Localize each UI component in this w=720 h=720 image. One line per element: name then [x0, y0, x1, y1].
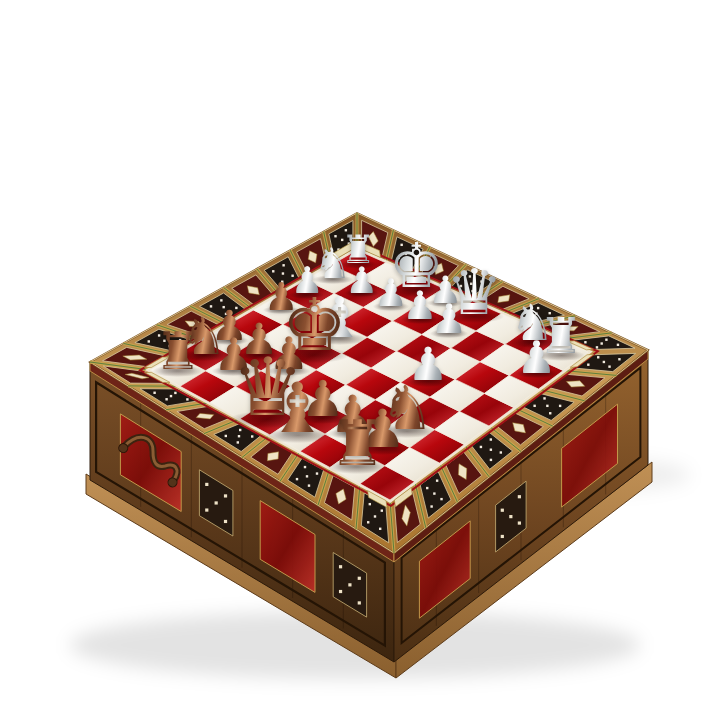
pearl-star-dot [153, 392, 155, 394]
pearl-star-dot [608, 365, 610, 367]
pearl-star-dot [296, 478, 298, 480]
pearl-star-dot [306, 475, 308, 477]
pearl-dot [339, 565, 342, 568]
pearl-star-dot [546, 405, 548, 407]
pearl-star-dot [237, 441, 239, 443]
pearl-star-dot [436, 479, 438, 481]
pearl-dot [205, 508, 208, 511]
pearl-star-dot [500, 451, 502, 453]
pearl-star-dot [304, 466, 306, 468]
piece-silver-pawn-h7: ♟ [516, 335, 556, 380]
pearl-star-dot [596, 346, 598, 348]
pearl-dot [518, 495, 521, 498]
pearl-dot [501, 535, 504, 538]
pearl-star-dot [480, 446, 482, 448]
pearl-dot [509, 515, 512, 518]
pearl-star-dot [584, 341, 586, 343]
pearl-star-dot [379, 528, 381, 530]
pearl-star-dot [600, 342, 602, 344]
pearl-star-dot [597, 356, 599, 358]
pearl-star-dot [238, 435, 240, 437]
pearl-dot [518, 521, 521, 524]
pearl-star-dot [490, 438, 492, 440]
piece-copper-rook-a1: ♜ [155, 326, 201, 378]
pearl-star-dot [272, 270, 274, 272]
pearl-dot [358, 601, 361, 604]
piece-copper-bishop-e1: ♝ [267, 374, 329, 443]
pearl-star-dot [618, 358, 620, 360]
pearl-star-dot [549, 412, 551, 414]
pearl-star-dot [174, 392, 176, 394]
pearl-star-dot [316, 472, 318, 474]
pearl-dot [215, 501, 218, 504]
piece-silver-pawn-e7: ♟ [431, 298, 468, 339]
pearl-star-dot [426, 487, 428, 489]
pearl-dot [339, 590, 342, 593]
pearl-star-dot [369, 503, 371, 505]
pearl-star-dot [374, 515, 376, 517]
pearl-dot [205, 483, 208, 486]
ivory-diamond-inlay [267, 452, 278, 461]
pearl-star-dot [605, 339, 607, 341]
pearl-star-dot [543, 397, 545, 399]
pearl-dot [224, 494, 227, 497]
pearl-star-dot [490, 459, 492, 461]
pearl-star-dot [440, 498, 442, 500]
pearl-dot [348, 583, 351, 586]
pearl-star-dot [148, 340, 150, 342]
pearl-dot [358, 577, 361, 580]
pearl-star-dot [170, 395, 172, 397]
pearl-star-dot [559, 405, 561, 407]
pearl-star-dot [617, 344, 619, 346]
pearl-star-dot [225, 435, 227, 437]
pearl-star-dot [186, 398, 188, 400]
chess-board [0, 0, 720, 720]
pearl-star-dot [282, 264, 284, 266]
pearl-star-dot [308, 484, 310, 486]
chess-set-photo: ♜♞♟♟♟♟♟♚♛♝♟♟♟♜♞♜♞♟♟♟♟♟♚♛♟♝♟♟♞♜ [0, 0, 720, 720]
pearl-star-dot [367, 521, 369, 523]
pearl-star-dot [587, 363, 589, 365]
pearl-star-dot [251, 435, 253, 437]
pearl-star-dot [533, 405, 535, 407]
pearl-dot [501, 509, 504, 512]
pearl-dot [224, 520, 227, 523]
piece-copper-rook-g1: ♜ [329, 411, 386, 474]
pearl-star-dot [381, 509, 383, 511]
pearl-star-dot [603, 361, 605, 363]
pearl-star-dot [165, 398, 167, 400]
pearl-star-dot [433, 492, 435, 494]
pearl-star-dot [334, 235, 336, 237]
pearl-star-dot [490, 449, 492, 451]
pearl-star-dot [430, 505, 432, 507]
